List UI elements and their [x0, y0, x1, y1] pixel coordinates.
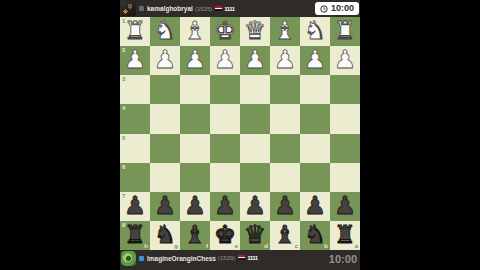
- square-h6[interactable]: 6: [120, 163, 150, 192]
- square-d7[interactable]: ♟: [240, 192, 270, 221]
- square-h4[interactable]: 4: [120, 104, 150, 133]
- square-d4[interactable]: [240, 104, 270, 133]
- square-b3[interactable]: [300, 75, 330, 104]
- top-player-name[interactable]: kamalghobryal: [147, 5, 193, 12]
- white-pawn[interactable]: ♟: [184, 47, 206, 72]
- square-g6[interactable]: [150, 163, 180, 192]
- top-player-clock: 10:00: [315, 2, 359, 15]
- white-pawn[interactable]: ♟: [334, 47, 356, 72]
- square-d2[interactable]: ♟: [240, 46, 270, 75]
- top-clock-time: 10:00: [331, 4, 354, 13]
- square-e1[interactable]: ♚: [210, 17, 240, 46]
- square-f8[interactable]: f♝: [180, 221, 210, 250]
- square-e5[interactable]: [210, 134, 240, 163]
- black-pawn[interactable]: ♟: [274, 193, 296, 218]
- country-flag-icon: [215, 6, 222, 11]
- chess-board[interactable]: 1♜♞♝♚♛♝♞♜2♟♟♟♟♟♟♟♟34567♟♟♟♟♟♟♟♟8h♜g♞f♝e♚…: [120, 17, 360, 250]
- white-rook[interactable]: ♜: [334, 18, 356, 43]
- square-e2[interactable]: ♟: [210, 46, 240, 75]
- square-f3[interactable]: [180, 75, 210, 104]
- square-h3[interactable]: 3: [120, 75, 150, 104]
- bottom-player-avatar[interactable]: [121, 251, 136, 266]
- black-king[interactable]: ♚: [214, 222, 236, 247]
- square-a4[interactable]: [330, 104, 360, 133]
- square-h2[interactable]: 2♟: [120, 46, 150, 75]
- square-c5[interactable]: [270, 134, 300, 163]
- square-f7[interactable]: ♟: [180, 192, 210, 221]
- square-b4[interactable]: [300, 104, 330, 133]
- square-d1[interactable]: ♛: [240, 17, 270, 46]
- square-g4[interactable]: [150, 104, 180, 133]
- member-badge-icon: [139, 6, 144, 11]
- top-player-bar: kamalghobryal (1535) 1111 10:00: [120, 0, 360, 17]
- bottom-player-clock: 10:00: [329, 254, 357, 265]
- square-e4[interactable]: [210, 104, 240, 133]
- bottom-player-flair: 1111: [247, 255, 257, 261]
- square-b7[interactable]: ♟: [300, 192, 330, 221]
- square-a6[interactable]: [330, 163, 360, 192]
- white-rook[interactable]: ♜: [124, 18, 146, 43]
- black-pawn[interactable]: ♟: [184, 193, 206, 218]
- rank-label: 3: [122, 76, 125, 82]
- black-pawn[interactable]: ♟: [124, 193, 146, 218]
- square-f6[interactable]: [180, 163, 210, 192]
- black-knight[interactable]: ♞: [304, 222, 326, 247]
- square-d8[interactable]: d♛: [240, 221, 270, 250]
- black-queen[interactable]: ♛: [244, 222, 266, 247]
- square-h8[interactable]: 8h♜: [120, 221, 150, 250]
- country-flag-icon: [238, 255, 245, 260]
- square-g3[interactable]: [150, 75, 180, 104]
- white-pawn[interactable]: ♟: [304, 47, 326, 72]
- white-bishop[interactable]: ♝: [184, 18, 206, 43]
- square-d5[interactable]: [240, 134, 270, 163]
- square-b5[interactable]: [300, 134, 330, 163]
- top-player-avatar[interactable]: [121, 1, 136, 16]
- white-pawn[interactable]: ♟: [154, 47, 176, 72]
- square-c2[interactable]: ♟: [270, 46, 300, 75]
- black-bishop[interactable]: ♝: [184, 222, 206, 247]
- white-pawn[interactable]: ♟: [214, 47, 236, 72]
- white-bishop[interactable]: ♝: [274, 18, 296, 43]
- square-h7[interactable]: 7♟: [120, 192, 150, 221]
- white-pawn[interactable]: ♟: [274, 47, 296, 72]
- square-e7[interactable]: ♟: [210, 192, 240, 221]
- white-king[interactable]: ♚: [214, 18, 236, 43]
- file-label: f: [206, 243, 208, 249]
- black-pawn[interactable]: ♟: [154, 193, 176, 218]
- square-g1[interactable]: ♞: [150, 17, 180, 46]
- square-f5[interactable]: [180, 134, 210, 163]
- black-bishop[interactable]: ♝: [274, 222, 296, 247]
- square-b8[interactable]: b♞: [300, 221, 330, 250]
- square-e8[interactable]: e♚: [210, 221, 240, 250]
- square-b6[interactable]: [300, 163, 330, 192]
- bottom-player-bar: ImagineOranginChess (1529) 1111 10:00: [120, 250, 360, 270]
- black-rook[interactable]: ♜: [334, 222, 356, 247]
- black-pawn[interactable]: ♟: [334, 193, 356, 218]
- square-c7[interactable]: ♟: [270, 192, 300, 221]
- square-c1[interactable]: ♝: [270, 17, 300, 46]
- bottom-player-rating: (1529): [218, 255, 235, 261]
- square-a5[interactable]: [330, 134, 360, 163]
- square-g7[interactable]: ♟: [150, 192, 180, 221]
- black-pawn[interactable]: ♟: [244, 193, 266, 218]
- black-pawn[interactable]: ♟: [304, 193, 326, 218]
- top-player-rating: (1535): [195, 6, 212, 12]
- square-a3[interactable]: [330, 75, 360, 104]
- square-b1[interactable]: ♞: [300, 17, 330, 46]
- white-knight[interactable]: ♞: [304, 18, 326, 43]
- screen: kamalghobryal (1535) 1111 10:00 1♜♞♝♚♛♝♞…: [0, 0, 480, 270]
- square-g8[interactable]: g♞: [150, 221, 180, 250]
- game-panel: kamalghobryal (1535) 1111 10:00 1♜♞♝♚♛♝♞…: [120, 0, 360, 270]
- white-knight[interactable]: ♞: [154, 18, 176, 43]
- square-a8[interactable]: a♜: [330, 221, 360, 250]
- white-pawn[interactable]: ♟: [124, 47, 146, 72]
- square-c3[interactable]: [270, 75, 300, 104]
- square-b2[interactable]: ♟: [300, 46, 330, 75]
- square-c6[interactable]: [270, 163, 300, 192]
- square-g5[interactable]: [150, 134, 180, 163]
- square-d6[interactable]: [240, 163, 270, 192]
- rank-label: 4: [122, 105, 125, 111]
- square-d3[interactable]: [240, 75, 270, 104]
- title-badge-icon: [139, 256, 144, 261]
- square-c8[interactable]: c♝: [270, 221, 300, 250]
- square-e3[interactable]: [210, 75, 240, 104]
- square-a1[interactable]: ♜: [330, 17, 360, 46]
- black-knight[interactable]: ♞: [154, 222, 176, 247]
- clock-icon: [320, 5, 328, 13]
- square-f4[interactable]: [180, 104, 210, 133]
- square-h5[interactable]: 5: [120, 134, 150, 163]
- square-a2[interactable]: ♟: [330, 46, 360, 75]
- rank-label: 6: [122, 164, 125, 170]
- rank-label: 5: [122, 135, 125, 141]
- square-g2[interactable]: ♟: [150, 46, 180, 75]
- square-h1[interactable]: 1♜: [120, 17, 150, 46]
- square-f1[interactable]: ♝: [180, 17, 210, 46]
- square-f2[interactable]: ♟: [180, 46, 210, 75]
- black-rook[interactable]: ♜: [124, 222, 146, 247]
- bottom-player-name[interactable]: ImagineOranginChess: [147, 255, 216, 262]
- white-queen[interactable]: ♛: [244, 18, 266, 43]
- black-pawn[interactable]: ♟: [214, 193, 236, 218]
- square-c4[interactable]: [270, 104, 300, 133]
- top-player-flair: 1111: [224, 6, 234, 12]
- square-a7[interactable]: ♟: [330, 192, 360, 221]
- square-e6[interactable]: [210, 163, 240, 192]
- white-pawn[interactable]: ♟: [244, 47, 266, 72]
